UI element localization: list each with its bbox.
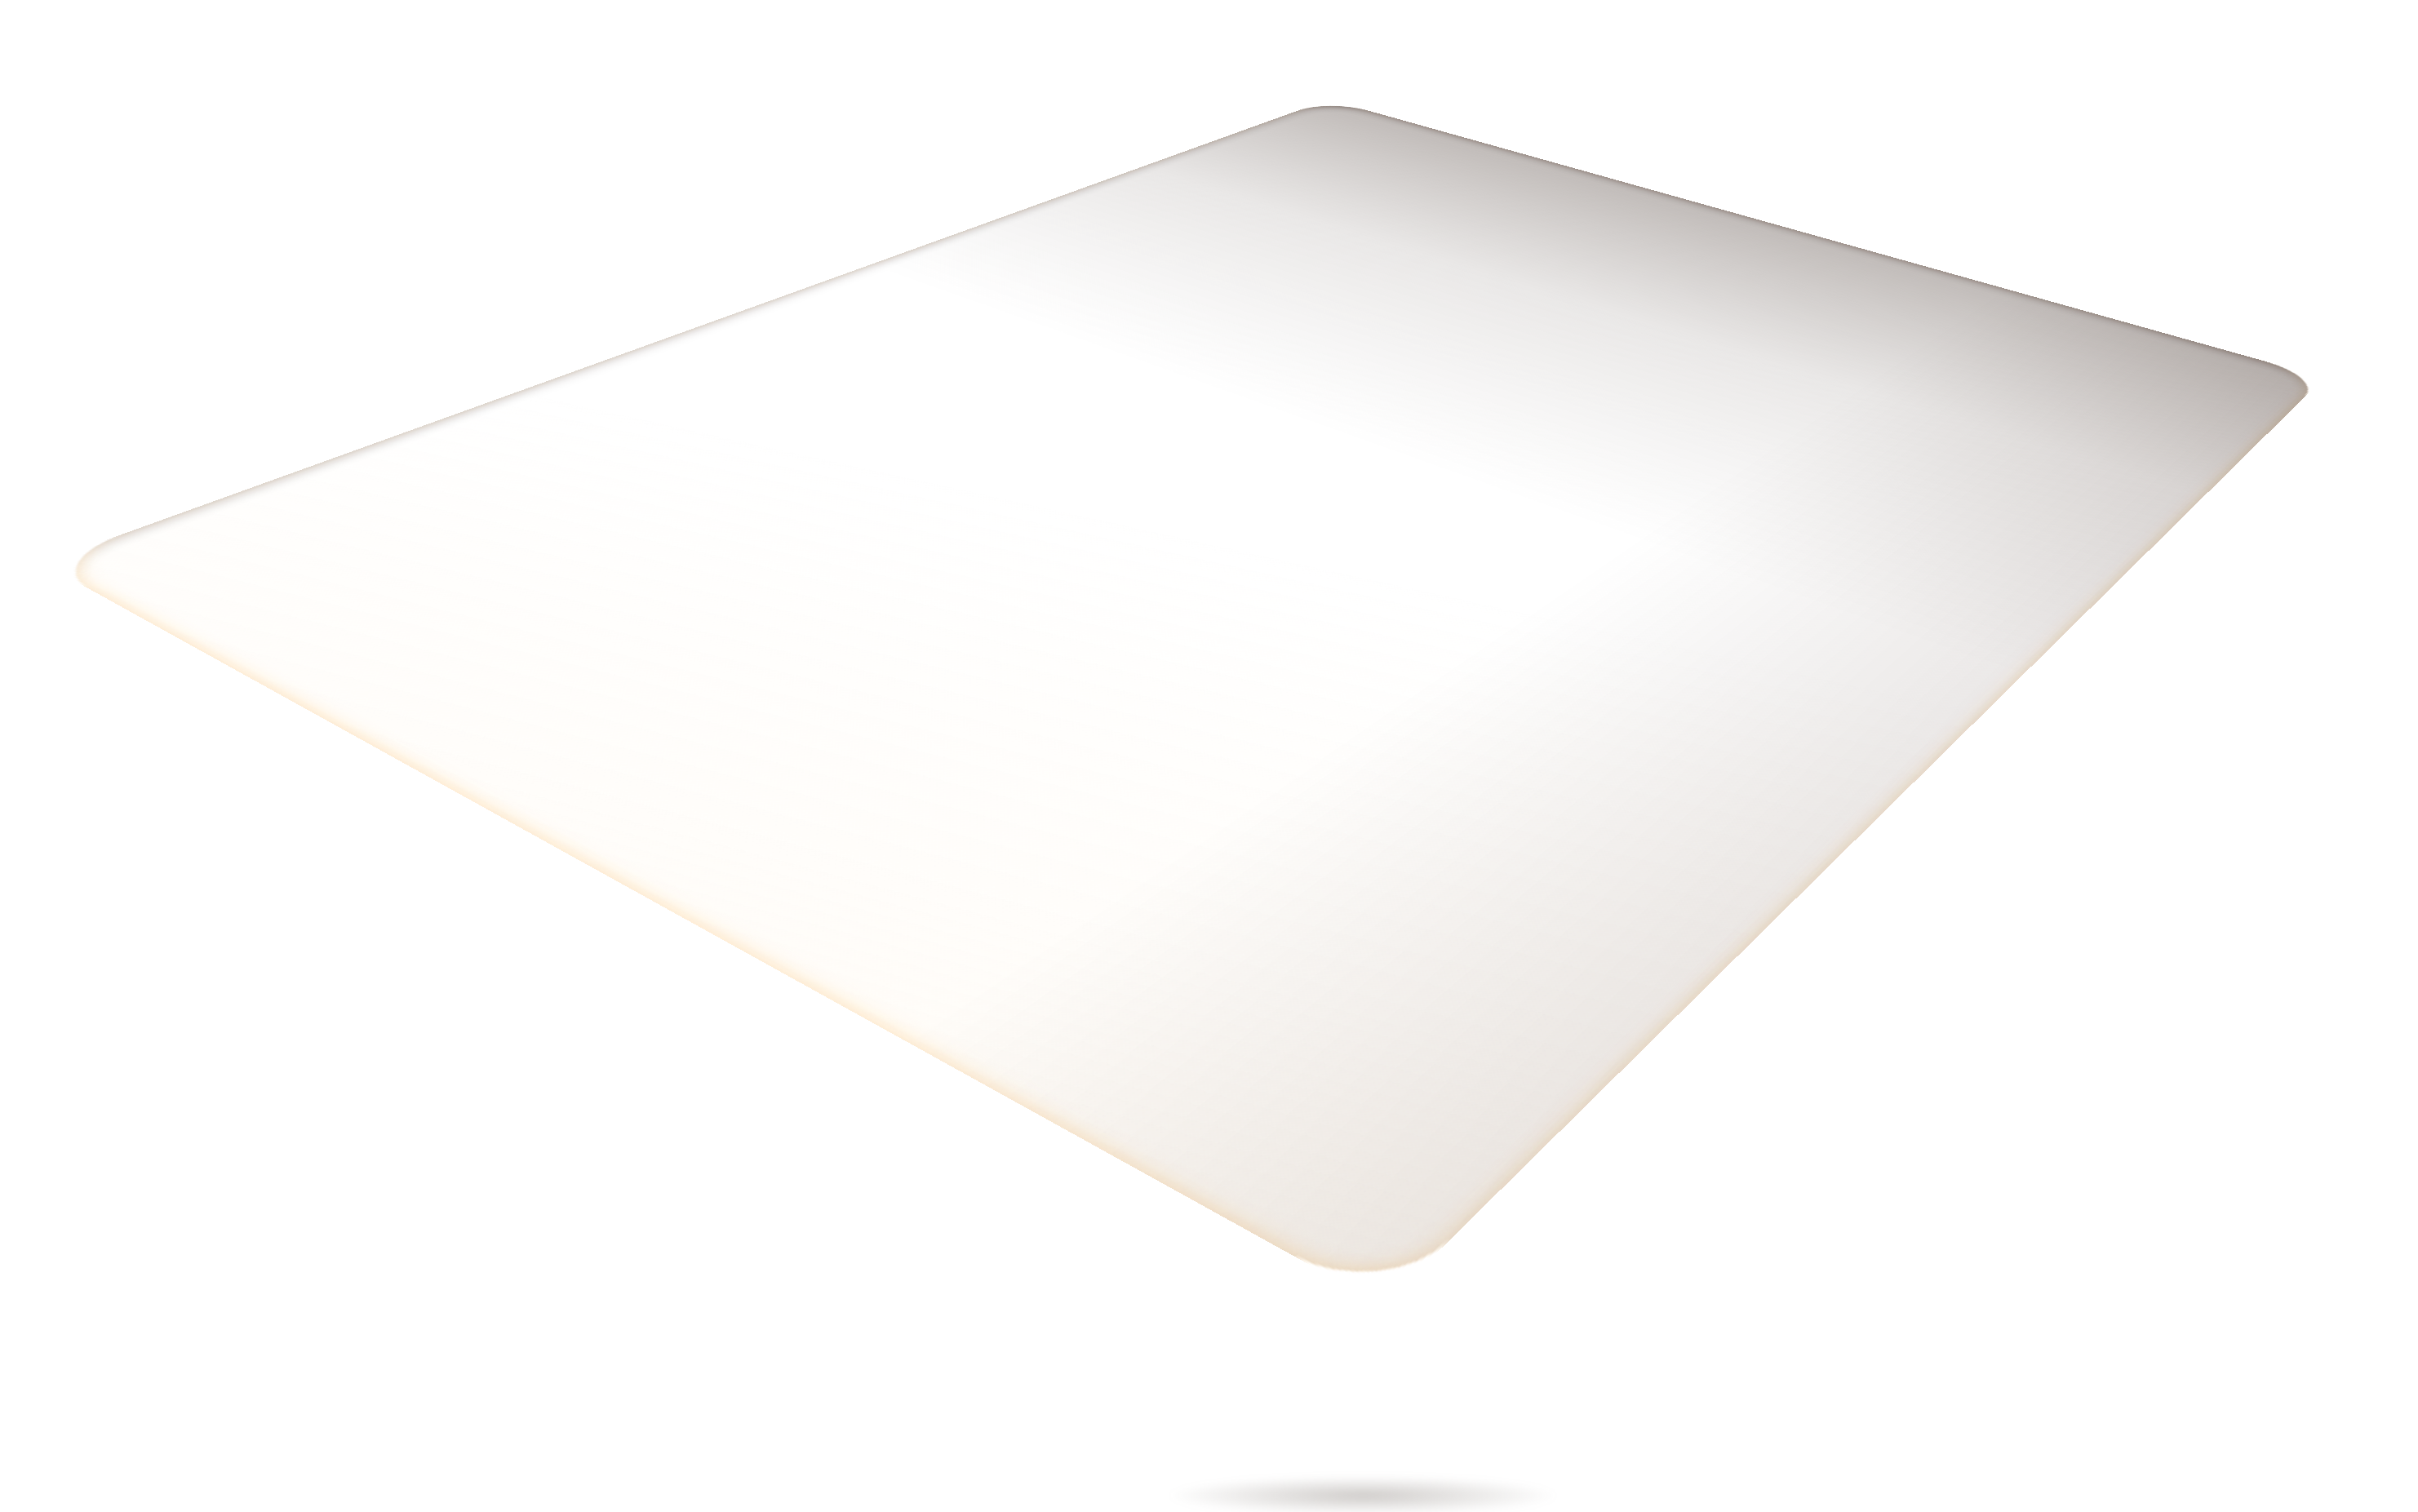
board-top-face <box>42 100 2324 1306</box>
drop-shadow <box>1159 1475 1567 1512</box>
photo-canvas <box>0 0 2418 1512</box>
